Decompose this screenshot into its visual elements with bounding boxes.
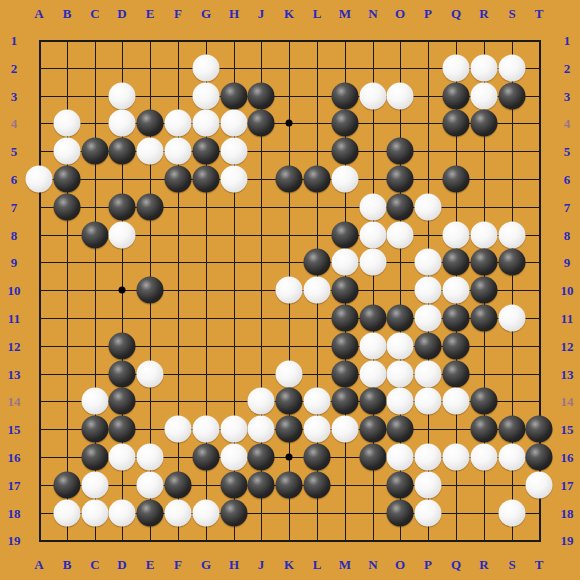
coord-label-left-14: 14 xyxy=(8,395,21,408)
coord-label-right-2: 2 xyxy=(564,62,571,75)
stone-black-B17 xyxy=(54,472,81,499)
stone-white-L15 xyxy=(304,416,331,443)
stone-black-O17 xyxy=(387,472,414,499)
coord-label-bottom-B: B xyxy=(63,558,72,571)
stone-black-D14 xyxy=(109,388,136,415)
coord-label-top-H: H xyxy=(229,7,239,20)
stone-white-F18 xyxy=(165,500,192,527)
stone-white-B18 xyxy=(54,500,81,527)
stone-black-K15 xyxy=(276,416,303,443)
coord-label-top-K: K xyxy=(284,7,294,20)
stone-black-M3 xyxy=(332,83,359,110)
stone-black-Q6 xyxy=(443,166,470,193)
stone-white-P9 xyxy=(415,249,442,276)
stone-black-C15 xyxy=(82,416,109,443)
coord-label-left-4: 4 xyxy=(11,117,18,130)
stone-white-G3 xyxy=(193,83,220,110)
stone-black-O18 xyxy=(387,500,414,527)
coord-label-left-2: 2 xyxy=(11,62,18,75)
coord-label-top-N: N xyxy=(368,7,377,20)
stone-white-H15 xyxy=(221,416,248,443)
stone-white-N8 xyxy=(360,222,387,249)
stone-white-F15 xyxy=(165,416,192,443)
coord-label-bottom-O: O xyxy=(395,558,405,571)
coord-label-right-17: 17 xyxy=(561,479,574,492)
stone-white-D8 xyxy=(109,222,136,249)
coord-label-left-5: 5 xyxy=(11,145,18,158)
stone-black-K14 xyxy=(276,388,303,415)
coord-label-top-C: C xyxy=(90,7,99,20)
stone-black-E18 xyxy=(137,500,164,527)
stone-black-Q3 xyxy=(443,83,470,110)
stone-black-E7 xyxy=(137,194,164,221)
coord-label-left-19: 19 xyxy=(8,534,21,547)
coord-label-top-Q: Q xyxy=(451,7,461,20)
stone-white-J14 xyxy=(248,388,275,415)
stone-black-R11 xyxy=(471,305,498,332)
stone-white-F4 xyxy=(165,110,192,137)
stone-black-M8 xyxy=(332,222,359,249)
stone-white-R2 xyxy=(471,55,498,82)
coord-label-left-8: 8 xyxy=(11,229,18,242)
stone-black-H17 xyxy=(221,472,248,499)
stone-black-S3 xyxy=(499,83,526,110)
stone-white-G18 xyxy=(193,500,220,527)
stone-black-F6 xyxy=(165,166,192,193)
stone-black-R9 xyxy=(471,249,498,276)
coord-label-left-10: 10 xyxy=(8,284,21,297)
coord-label-bottom-T: T xyxy=(535,558,544,571)
coord-label-right-9: 9 xyxy=(564,256,571,269)
coord-label-left-12: 12 xyxy=(8,340,21,353)
stone-white-B5 xyxy=(54,138,81,165)
coord-label-bottom-Q: Q xyxy=(451,558,461,571)
stone-white-D18 xyxy=(109,500,136,527)
stone-black-R10 xyxy=(471,277,498,304)
coord-label-left-18: 18 xyxy=(8,507,21,520)
stone-black-M13 xyxy=(332,361,359,388)
coord-label-bottom-E: E xyxy=(146,558,155,571)
stone-black-G16 xyxy=(193,444,220,471)
stone-black-D12 xyxy=(109,333,136,360)
stone-black-O7 xyxy=(387,194,414,221)
stone-white-O16 xyxy=(387,444,414,471)
stone-black-K6 xyxy=(276,166,303,193)
grid-line-horizontal xyxy=(39,540,541,542)
stone-white-A6 xyxy=(26,166,53,193)
stone-white-S8 xyxy=(499,222,526,249)
stone-white-S11 xyxy=(499,305,526,332)
coord-label-right-4: 4 xyxy=(564,117,571,130)
stone-white-D4 xyxy=(109,110,136,137)
coord-label-right-18: 18 xyxy=(561,507,574,520)
stone-black-B7 xyxy=(54,194,81,221)
stone-white-P18 xyxy=(415,500,442,527)
coord-label-right-6: 6 xyxy=(564,173,571,186)
stone-black-N15 xyxy=(360,416,387,443)
coord-label-bottom-K: K xyxy=(284,558,294,571)
stone-white-N7 xyxy=(360,194,387,221)
stone-black-R14 xyxy=(471,388,498,415)
stone-black-Q4 xyxy=(443,110,470,137)
coord-label-top-L: L xyxy=(313,7,322,20)
stone-black-K17 xyxy=(276,472,303,499)
coord-label-top-F: F xyxy=(174,7,182,20)
coord-label-bottom-G: G xyxy=(201,558,211,571)
stone-black-D15 xyxy=(109,416,136,443)
coord-label-left-7: 7 xyxy=(11,201,18,214)
stone-black-C5 xyxy=(82,138,109,165)
stone-white-K13 xyxy=(276,361,303,388)
coord-label-right-15: 15 xyxy=(561,423,574,436)
stone-white-E5 xyxy=(137,138,164,165)
stone-white-Q10 xyxy=(443,277,470,304)
stone-white-L10 xyxy=(304,277,331,304)
stone-black-H3 xyxy=(221,83,248,110)
stone-white-J15 xyxy=(248,416,275,443)
coord-label-top-G: G xyxy=(201,7,211,20)
coord-label-right-7: 7 xyxy=(564,201,571,214)
stone-black-S15 xyxy=(499,416,526,443)
stone-white-S2 xyxy=(499,55,526,82)
stone-black-M10 xyxy=(332,277,359,304)
stone-white-S16 xyxy=(499,444,526,471)
star-point-D10 xyxy=(119,287,126,294)
coord-label-left-15: 15 xyxy=(8,423,21,436)
stone-black-D13 xyxy=(109,361,136,388)
stone-white-L14 xyxy=(304,388,331,415)
coord-label-left-17: 17 xyxy=(8,479,21,492)
stone-black-H18 xyxy=(221,500,248,527)
stone-black-C8 xyxy=(82,222,109,249)
coord-label-bottom-R: R xyxy=(479,558,488,571)
stone-white-P10 xyxy=(415,277,442,304)
stone-white-G4 xyxy=(193,110,220,137)
stone-black-N11 xyxy=(360,305,387,332)
stone-white-P14 xyxy=(415,388,442,415)
coord-label-top-S: S xyxy=(508,7,515,20)
stone-white-Q16 xyxy=(443,444,470,471)
stone-black-L6 xyxy=(304,166,331,193)
coord-label-left-16: 16 xyxy=(8,451,21,464)
stone-white-O14 xyxy=(387,388,414,415)
stone-black-D7 xyxy=(109,194,136,221)
stone-black-N14 xyxy=(360,388,387,415)
coord-label-right-16: 16 xyxy=(561,451,574,464)
stone-white-P13 xyxy=(415,361,442,388)
stone-white-N12 xyxy=(360,333,387,360)
stone-white-O12 xyxy=(387,333,414,360)
coord-label-bottom-C: C xyxy=(90,558,99,571)
stone-white-Q8 xyxy=(443,222,470,249)
grid-line-vertical xyxy=(39,40,41,542)
stone-black-J3 xyxy=(248,83,275,110)
stone-white-H5 xyxy=(221,138,248,165)
stone-black-O6 xyxy=(387,166,414,193)
coord-label-right-1: 1 xyxy=(564,34,571,47)
stone-black-Q9 xyxy=(443,249,470,276)
coord-label-top-B: B xyxy=(63,7,72,20)
stone-black-S9 xyxy=(499,249,526,276)
stone-white-O13 xyxy=(387,361,414,388)
stone-white-E17 xyxy=(137,472,164,499)
stone-white-D16 xyxy=(109,444,136,471)
stone-white-C18 xyxy=(82,500,109,527)
stone-black-L16 xyxy=(304,444,331,471)
stone-black-M11 xyxy=(332,305,359,332)
stone-black-M12 xyxy=(332,333,359,360)
star-point-K16 xyxy=(286,454,293,461)
coord-label-right-3: 3 xyxy=(564,90,571,103)
coord-label-bottom-S: S xyxy=(508,558,515,571)
stone-white-R16 xyxy=(471,444,498,471)
coord-label-right-8: 8 xyxy=(564,229,571,242)
coord-label-right-13: 13 xyxy=(561,368,574,381)
stone-black-L9 xyxy=(304,249,331,276)
coord-label-left-3: 3 xyxy=(11,90,18,103)
stone-white-M9 xyxy=(332,249,359,276)
stone-black-F17 xyxy=(165,472,192,499)
coord-label-right-5: 5 xyxy=(564,145,571,158)
coord-label-bottom-P: P xyxy=(424,558,432,571)
stone-white-S18 xyxy=(499,500,526,527)
stone-white-Q2 xyxy=(443,55,470,82)
stone-white-H6 xyxy=(221,166,248,193)
stone-white-K10 xyxy=(276,277,303,304)
stone-white-C17 xyxy=(82,472,109,499)
coord-label-top-T: T xyxy=(535,7,544,20)
coord-label-bottom-D: D xyxy=(117,558,126,571)
grid-line-horizontal xyxy=(39,40,541,42)
stone-black-M14 xyxy=(332,388,359,415)
coord-label-top-E: E xyxy=(146,7,155,20)
stone-white-M15 xyxy=(332,416,359,443)
coord-label-top-J: J xyxy=(258,7,265,20)
stone-white-H4 xyxy=(221,110,248,137)
stone-black-G5 xyxy=(193,138,220,165)
stone-black-E10 xyxy=(137,277,164,304)
coord-label-top-A: A xyxy=(34,7,43,20)
coord-label-top-O: O xyxy=(395,7,405,20)
coord-label-right-19: 19 xyxy=(561,534,574,547)
stone-white-Q14 xyxy=(443,388,470,415)
stone-black-L17 xyxy=(304,472,331,499)
stone-black-E4 xyxy=(137,110,164,137)
coord-label-right-14: 14 xyxy=(561,395,574,408)
stone-black-J16 xyxy=(248,444,275,471)
coord-label-bottom-N: N xyxy=(368,558,377,571)
stone-black-Q11 xyxy=(443,305,470,332)
stone-black-J17 xyxy=(248,472,275,499)
stone-black-O11 xyxy=(387,305,414,332)
stone-black-O15 xyxy=(387,416,414,443)
stone-black-D5 xyxy=(109,138,136,165)
stone-black-O5 xyxy=(387,138,414,165)
stone-black-Q12 xyxy=(443,333,470,360)
coord-label-left-9: 9 xyxy=(11,256,18,269)
coord-label-top-M: M xyxy=(339,7,351,20)
coord-label-top-R: R xyxy=(479,7,488,20)
stone-white-G2 xyxy=(193,55,220,82)
stone-white-M6 xyxy=(332,166,359,193)
coord-label-bottom-A: A xyxy=(34,558,43,571)
coord-label-right-12: 12 xyxy=(561,340,574,353)
stone-white-O8 xyxy=(387,222,414,249)
stone-white-N3 xyxy=(360,83,387,110)
stone-black-N16 xyxy=(360,444,387,471)
coord-label-left-13: 13 xyxy=(8,368,21,381)
stone-white-G15 xyxy=(193,416,220,443)
coord-label-right-10: 10 xyxy=(561,284,574,297)
stone-black-R4 xyxy=(471,110,498,137)
coord-label-right-11: 11 xyxy=(561,312,573,325)
stone-white-N9 xyxy=(360,249,387,276)
stone-white-O3 xyxy=(387,83,414,110)
stone-black-B6 xyxy=(54,166,81,193)
stone-white-D3 xyxy=(109,83,136,110)
coord-label-left-11: 11 xyxy=(8,312,20,325)
stone-black-T16 xyxy=(526,444,553,471)
go-board[interactable]: AABBCCDDEEFFGGHHJJKKLLMMNNOOPPQQRRSSTT11… xyxy=(0,0,580,580)
coord-label-bottom-J: J xyxy=(258,558,265,571)
stone-white-P7 xyxy=(415,194,442,221)
coord-label-bottom-M: M xyxy=(339,558,351,571)
coord-label-left-1: 1 xyxy=(11,34,18,47)
stone-black-C16 xyxy=(82,444,109,471)
stone-white-T17 xyxy=(526,472,553,499)
coord-label-bottom-F: F xyxy=(174,558,182,571)
coord-label-bottom-H: H xyxy=(229,558,239,571)
stone-black-J4 xyxy=(248,110,275,137)
coord-label-top-D: D xyxy=(117,7,126,20)
stone-black-P12 xyxy=(415,333,442,360)
stone-white-C14 xyxy=(82,388,109,415)
coord-label-left-6: 6 xyxy=(11,173,18,186)
stone-white-R8 xyxy=(471,222,498,249)
stone-black-G6 xyxy=(193,166,220,193)
stone-white-E13 xyxy=(137,361,164,388)
stone-white-H16 xyxy=(221,444,248,471)
coord-label-top-P: P xyxy=(424,7,432,20)
stone-white-E16 xyxy=(137,444,164,471)
star-point-K4 xyxy=(286,120,293,127)
stone-black-Q13 xyxy=(443,361,470,388)
stone-white-B4 xyxy=(54,110,81,137)
stone-white-F5 xyxy=(165,138,192,165)
stone-white-P11 xyxy=(415,305,442,332)
stone-black-T15 xyxy=(526,416,553,443)
coord-label-bottom-L: L xyxy=(313,558,322,571)
stone-black-M4 xyxy=(332,110,359,137)
stone-black-R15 xyxy=(471,416,498,443)
stone-white-N13 xyxy=(360,361,387,388)
stone-black-M5 xyxy=(332,138,359,165)
stone-white-R3 xyxy=(471,83,498,110)
stone-white-P17 xyxy=(415,472,442,499)
stone-white-P16 xyxy=(415,444,442,471)
